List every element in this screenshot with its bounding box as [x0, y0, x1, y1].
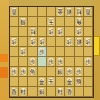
square-5c[interactable]: 歩	[47, 27, 56, 37]
square-6f[interactable]	[38, 57, 47, 67]
square-9a[interactable]: 香	[10, 7, 19, 17]
square-6e[interactable]: 歩	[38, 47, 47, 57]
square-3c[interactable]	[65, 27, 74, 37]
square-5a[interactable]	[47, 7, 56, 17]
square-7h[interactable]	[28, 77, 37, 87]
square-1h[interactable]	[84, 77, 93, 87]
square-4i[interactable]: 桂	[56, 87, 65, 97]
square-7e[interactable]	[28, 47, 37, 57]
sente-piece-9i[interactable]: 香	[11, 87, 18, 95]
square-1a[interactable]: 香	[84, 7, 93, 17]
square-6b[interactable]	[38, 17, 47, 27]
square-9g[interactable]: 歩	[10, 67, 19, 77]
square-6a[interactable]	[38, 7, 47, 17]
square-9h[interactable]	[10, 77, 19, 87]
square-5b[interactable]: 玉	[47, 17, 56, 27]
gote-piece-1a[interactable]: 香	[84, 7, 91, 15]
square-5f[interactable]: 歩	[47, 57, 56, 67]
square-1b[interactable]	[84, 17, 93, 27]
square-5g[interactable]	[47, 67, 56, 77]
square-3b[interactable]	[65, 17, 74, 27]
square-5e[interactable]	[47, 47, 56, 57]
square-7g[interactable]: 角	[28, 67, 37, 77]
square-9f[interactable]	[10, 57, 19, 67]
gote-piece-7c[interactable]: 桂	[29, 27, 36, 35]
square-2c[interactable]: 歩	[75, 27, 84, 37]
square-6h[interactable]: 金	[38, 77, 47, 87]
square-8f[interactable]	[19, 57, 28, 67]
square-5d[interactable]	[47, 37, 56, 47]
square-6d[interactable]: 歩	[38, 37, 47, 47]
gote-piece-3d[interactable]: 歩	[66, 37, 73, 45]
gote-piece-4a[interactable]: 金	[57, 7, 64, 15]
sente-piece-1f[interactable]: 歩	[84, 57, 91, 65]
gote-piece-1d[interactable]: 歩	[84, 37, 91, 45]
square-6i[interactable]: 銀	[38, 87, 47, 97]
square-8c[interactable]	[19, 27, 28, 37]
sente-piece-5h[interactable]: 玉	[47, 77, 54, 85]
square-2i[interactable]	[75, 87, 84, 97]
square-1f[interactable]: 歩	[84, 57, 93, 67]
square-7f[interactable]: 歩	[28, 57, 37, 67]
square-3e[interactable]	[65, 47, 74, 57]
gote-piece-8e[interactable]: 歩	[20, 47, 27, 55]
square-9b[interactable]	[10, 17, 19, 27]
gote-piece-9d[interactable]: 歩	[11, 37, 18, 45]
gote-piece-9a[interactable]: 香	[11, 7, 18, 15]
sente-piece-7f[interactable]: 歩	[29, 57, 36, 65]
square-8h[interactable]	[19, 77, 28, 87]
gote-piece-5b[interactable]: 玉	[47, 17, 54, 25]
square-1i[interactable]	[84, 87, 93, 97]
square-6g[interactable]	[38, 67, 47, 77]
sente-piece-7g[interactable]: 角	[29, 67, 36, 75]
square-2d[interactable]: 銀	[75, 37, 84, 47]
square-3d[interactable]: 歩	[65, 37, 74, 47]
square-9i[interactable]: 香	[10, 87, 19, 97]
sente-piece-4f[interactable]: 歩	[57, 57, 64, 65]
gote-stand-item[interactable]	[0, 67, 8, 78]
gote-piece-stand-strip	[0, 0, 9, 100]
square-4f[interactable]: 歩	[56, 57, 65, 67]
square-2e[interactable]	[75, 47, 84, 57]
square-8b[interactable]: 飛	[19, 17, 28, 27]
square-8g[interactable]: 歩	[19, 67, 28, 77]
sente-piece-3i[interactable]: 香	[66, 87, 73, 95]
square-3i[interactable]: 香	[65, 87, 74, 97]
gote-piece-7d[interactable]: 歩	[29, 37, 36, 45]
square-4b[interactable]	[56, 17, 65, 27]
square-3f[interactable]	[65, 57, 74, 67]
sente-piece-2g[interactable]: 歩	[75, 67, 82, 75]
square-9c[interactable]	[10, 27, 19, 37]
sente-piece-6i[interactable]: 銀	[38, 87, 45, 95]
square-4c[interactable]: 歩	[56, 27, 65, 37]
gote-piece-6d[interactable]: 歩	[38, 37, 45, 45]
square-2b[interactable]: 角	[75, 17, 84, 27]
sente-piece-8i[interactable]: 桂	[20, 87, 27, 95]
square-5h[interactable]: 玉	[47, 77, 56, 87]
shogi-app-screenshot: 香金銀桂香飛玉角桂歩歩歩歩歩歩歩銀歩歩歩歩歩歩歩歩歩角銀歩歩金玉金飛香桂銀桂香	[0, 0, 100, 100]
square-7a[interactable]	[28, 7, 37, 17]
square-8i[interactable]: 桂	[19, 87, 28, 97]
sente-piece-8g[interactable]: 歩	[20, 67, 27, 75]
square-2h[interactable]: 飛	[75, 77, 84, 87]
gote-piece-2b[interactable]: 角	[75, 17, 82, 25]
square-3h[interactable]: 金	[65, 77, 74, 87]
sente-piece-5f[interactable]: 歩	[47, 57, 54, 65]
square-5i[interactable]	[47, 87, 56, 97]
shogi-board[interactable]: 香金銀桂香飛玉角桂歩歩歩歩歩歩歩銀歩歩歩歩歩歩歩歩歩角銀歩歩金玉金飛香桂銀桂香	[9, 6, 94, 98]
sente-piece-6e[interactable]: 歩	[38, 47, 45, 55]
gote-piece-2a[interactable]: 桂	[75, 7, 82, 15]
sente-piece-3h[interactable]: 金	[66, 77, 73, 85]
square-3g[interactable]: 歩	[65, 67, 74, 77]
square-3a[interactable]: 銀	[65, 7, 74, 17]
sente-piece-9g[interactable]: 歩	[11, 67, 18, 75]
gote-stand-item[interactable]	[0, 54, 8, 62]
square-1c[interactable]	[84, 27, 93, 37]
square-7i[interactable]	[28, 87, 37, 97]
sente-piece-6h[interactable]: 金	[38, 77, 45, 85]
sente-piece-4g[interactable]: 銀	[57, 67, 64, 75]
square-2a[interactable]: 桂	[75, 7, 84, 17]
gote-piece-5c[interactable]: 歩	[47, 27, 54, 35]
square-1d[interactable]: 歩	[84, 37, 93, 47]
square-7c[interactable]: 桂	[28, 27, 37, 37]
gote-piece-3a[interactable]: 銀	[66, 7, 73, 15]
gote-piece-2c[interactable]: 歩	[75, 27, 82, 35]
square-4d[interactable]	[56, 37, 65, 47]
square-7b[interactable]	[28, 17, 37, 27]
square-4e[interactable]	[56, 47, 65, 57]
square-2f[interactable]	[75, 57, 84, 67]
gote-piece-2d[interactable]: 銀	[75, 37, 82, 45]
gote-piece-4c[interactable]: 歩	[57, 27, 64, 35]
square-4a[interactable]: 金	[56, 7, 65, 17]
sente-piece-3g[interactable]: 歩	[66, 67, 73, 75]
square-7d[interactable]: 歩	[28, 37, 37, 47]
sente-piece-2h[interactable]: 飛	[75, 77, 82, 85]
square-4g[interactable]: 銀	[56, 67, 65, 77]
square-8e[interactable]: 歩	[19, 47, 28, 57]
sente-piece-4i[interactable]: 桂	[57, 87, 64, 95]
square-8d[interactable]	[19, 37, 28, 47]
gote-piece-8b[interactable]: 飛	[20, 17, 27, 25]
square-9d[interactable]: 歩	[10, 37, 19, 47]
square-4h[interactable]	[56, 77, 65, 87]
square-2g[interactable]: 歩	[75, 67, 84, 77]
square-1e[interactable]	[84, 47, 93, 57]
square-9e[interactable]	[10, 47, 19, 57]
square-1g[interactable]	[84, 67, 93, 77]
square-8a[interactable]	[19, 7, 28, 17]
square-6c[interactable]	[38, 27, 47, 37]
